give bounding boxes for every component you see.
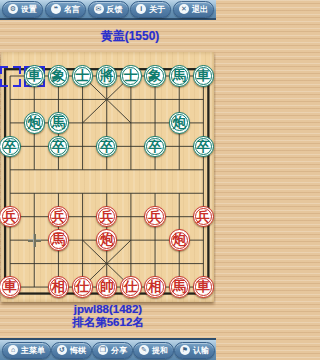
board-point-h0[interactable]: 馬 xyxy=(167,64,191,87)
piece-red-兵[interactable]: 兵 xyxy=(144,206,165,227)
board-point-g1[interactable] xyxy=(143,88,167,111)
button-label: 关于 xyxy=(149,4,165,15)
draw-pencil-icon: ✎ xyxy=(139,345,149,355)
topbar-button-4[interactable]: i关于 xyxy=(130,1,171,18)
own-name-rating: jpwl88(1482) xyxy=(72,303,144,316)
opponent-name-rating: 黄盖(1550) xyxy=(101,28,160,45)
piece-red-馬[interactable]: 馬 xyxy=(169,276,190,297)
board-point-i5[interactable] xyxy=(191,181,215,204)
board-point-a0[interactable] xyxy=(0,64,22,87)
board-point-b0[interactable]: 車 xyxy=(22,64,46,87)
board-point-h4[interactable] xyxy=(167,158,191,181)
board-point-b2[interactable]: 炮 xyxy=(22,111,46,134)
board-point-e9[interactable]: 帥 xyxy=(95,275,119,298)
board-point-b6[interactable] xyxy=(22,205,46,228)
board-point-e2[interactable] xyxy=(95,111,119,134)
button-label: 退出 xyxy=(192,4,208,15)
board-point-d2[interactable] xyxy=(70,111,94,134)
board-point-e4[interactable] xyxy=(95,158,119,181)
board-point-c3[interactable]: 卒 xyxy=(46,135,70,158)
board-point-h9[interactable]: 馬 xyxy=(167,275,191,298)
board-point-b1[interactable] xyxy=(22,88,46,111)
board-point-d0[interactable]: 士 xyxy=(70,64,94,87)
bottombar-button-2[interactable]: ↺悔棋 xyxy=(51,342,92,359)
own-rank: 排名第5612名 xyxy=(72,316,144,329)
piece-red-仕[interactable]: 仕 xyxy=(120,276,141,297)
board-point-f2[interactable] xyxy=(119,111,143,134)
piece-red-兵[interactable]: 兵 xyxy=(193,206,214,227)
board-point-a2[interactable] xyxy=(0,111,22,134)
piece-black-卒[interactable]: 卒 xyxy=(96,136,117,157)
board-point-h2[interactable]: 炮 xyxy=(167,111,191,134)
board-point-i8[interactable] xyxy=(191,252,215,275)
piece-red-車[interactable]: 車 xyxy=(0,276,21,297)
board-point-c5[interactable] xyxy=(46,181,70,204)
board-point-f5[interactable] xyxy=(119,181,143,204)
bottombar-button-5[interactable]: ⚑认输 xyxy=(174,342,215,359)
board-point-a7[interactable] xyxy=(0,228,22,251)
board-point-c2[interactable]: 馬 xyxy=(46,111,70,134)
button-label: 设置 xyxy=(21,4,37,15)
board-point-f8[interactable] xyxy=(119,252,143,275)
button-label: 悔棋 xyxy=(70,345,86,356)
piece-black-車[interactable]: 車 xyxy=(193,65,214,86)
piece-black-卒[interactable]: 卒 xyxy=(193,136,214,157)
board-point-i0[interactable]: 車 xyxy=(191,64,215,87)
board-point-f3[interactable] xyxy=(119,135,143,158)
board-point-a6[interactable]: 兵 xyxy=(0,205,22,228)
board-point-g8[interactable] xyxy=(143,252,167,275)
piece-black-卒[interactable]: 卒 xyxy=(0,136,21,157)
piece-black-車[interactable]: 車 xyxy=(24,65,45,86)
board-point-h7[interactable]: 炮 xyxy=(167,228,191,251)
board-point-a8[interactable] xyxy=(0,252,22,275)
piece-red-車[interactable]: 車 xyxy=(193,276,214,297)
board-point-g5[interactable] xyxy=(143,181,167,204)
piece-red-兵[interactable]: 兵 xyxy=(96,206,117,227)
board-point-f9[interactable]: 仕 xyxy=(119,275,143,298)
board-point-g7[interactable] xyxy=(143,228,167,251)
piece-black-將[interactable]: 將 xyxy=(96,65,117,86)
button-label: 反馈 xyxy=(107,4,123,15)
home-icon: ⌂ xyxy=(8,345,18,355)
board-point-c1[interactable] xyxy=(46,88,70,111)
board-point-c0[interactable]: 象 xyxy=(46,64,70,87)
piece-red-炮[interactable]: 炮 xyxy=(169,229,190,250)
piece-black-炮[interactable]: 炮 xyxy=(169,112,190,133)
button-label: 认输 xyxy=(193,345,209,356)
board-point-d5[interactable] xyxy=(70,181,94,204)
board-point-d7[interactable] xyxy=(70,228,94,251)
board-point-d9[interactable]: 仕 xyxy=(70,275,94,298)
piece-black-炮[interactable]: 炮 xyxy=(24,112,45,133)
board-point-f4[interactable] xyxy=(119,158,143,181)
board-point-c8[interactable] xyxy=(46,252,70,275)
board-point-d4[interactable] xyxy=(70,158,94,181)
board-point-a5[interactable] xyxy=(0,181,22,204)
board-point-i1[interactable] xyxy=(191,88,215,111)
board-point-g3[interactable]: 卒 xyxy=(143,135,167,158)
board-point-e6[interactable]: 兵 xyxy=(95,205,119,228)
board-point-i4[interactable] xyxy=(191,158,215,181)
piece-black-士[interactable]: 士 xyxy=(120,65,141,86)
board-point-g0[interactable]: 象 xyxy=(143,64,167,87)
board-point-a1[interactable] xyxy=(0,88,22,111)
board-point-d3[interactable] xyxy=(70,135,94,158)
board-point-g4[interactable] xyxy=(143,158,167,181)
topbar-button-2[interactable]: ❝名言 xyxy=(45,1,86,18)
board-point-f6[interactable] xyxy=(119,205,143,228)
piece-black-馬[interactable]: 馬 xyxy=(48,112,69,133)
board-point-i6[interactable]: 兵 xyxy=(191,205,215,228)
board-point-f0[interactable]: 士 xyxy=(119,64,143,87)
topbar-button-3[interactable]: ✉反馈 xyxy=(88,1,129,18)
board-point-c4[interactable] xyxy=(46,158,70,181)
board-point-a9[interactable]: 車 xyxy=(0,275,22,298)
piece-black-象[interactable]: 象 xyxy=(48,65,69,86)
info-icon: i xyxy=(136,4,146,14)
button-label: 主菜单 xyxy=(21,345,45,356)
board-point-d8[interactable] xyxy=(70,252,94,275)
resign-flag-icon: ⚑ xyxy=(180,345,190,355)
board-point-g9[interactable]: 相 xyxy=(143,275,167,298)
button-label: 名言 xyxy=(64,4,80,15)
board-point-g6[interactable]: 兵 xyxy=(143,205,167,228)
topbar-button-5[interactable]: ✕退出 xyxy=(173,1,214,18)
topbar-button-1[interactable]: ⚙设置 xyxy=(2,1,43,18)
board-point-e7[interactable]: 炮 xyxy=(95,228,119,251)
bottombar-button-1[interactable]: ⌂主菜单 xyxy=(2,342,51,359)
piece-red-炮[interactable]: 炮 xyxy=(96,229,117,250)
piece-red-相[interactable]: 相 xyxy=(144,276,165,297)
board-point-h6[interactable] xyxy=(167,205,191,228)
board-point-i7[interactable] xyxy=(191,228,215,251)
piece-red-帥[interactable]: 帥 xyxy=(96,276,117,297)
board-point-e8[interactable] xyxy=(95,252,119,275)
board-point-b7[interactable] xyxy=(22,228,46,251)
gear-icon: ⚙ xyxy=(8,4,18,14)
board-point-b5[interactable] xyxy=(22,181,46,204)
board-point-a3[interactable]: 卒 xyxy=(0,135,22,158)
board-point-h5[interactable] xyxy=(167,181,191,204)
bottom-button-bar: ⌂主菜单↺悔棋❐分享✎提和⚑认输 xyxy=(0,338,216,360)
bottombar-button-4[interactable]: ✎提和 xyxy=(133,342,174,359)
share-icon: ❐ xyxy=(98,345,108,355)
board-point-c9[interactable]: 相 xyxy=(46,275,70,298)
board-point-b9[interactable] xyxy=(22,275,46,298)
piece-red-馬[interactable]: 馬 xyxy=(48,229,69,250)
board-point-d6[interactable] xyxy=(70,205,94,228)
piece-black-卒[interactable]: 卒 xyxy=(48,136,69,157)
undo-icon: ↺ xyxy=(57,345,67,355)
piece-red-仕[interactable]: 仕 xyxy=(72,276,93,297)
board-point-a4[interactable] xyxy=(0,158,22,181)
board-point-e5[interactable] xyxy=(95,181,119,204)
piece-black-象[interactable]: 象 xyxy=(144,65,165,86)
board-point-i2[interactable] xyxy=(191,111,215,134)
board-point-b4[interactable] xyxy=(22,158,46,181)
board-point-d1[interactable] xyxy=(70,88,94,111)
mail-icon: ✉ xyxy=(94,4,104,14)
piece-black-馬[interactable]: 馬 xyxy=(169,65,190,86)
board-point-i3[interactable]: 卒 xyxy=(191,135,215,158)
board-point-c7[interactable]: 馬 xyxy=(46,228,70,251)
piece-black-卒[interactable]: 卒 xyxy=(144,136,165,157)
board-point-i9[interactable]: 車 xyxy=(191,275,215,298)
board-point-c6[interactable]: 兵 xyxy=(46,205,70,228)
board-point-f7[interactable] xyxy=(119,228,143,251)
board-point-e0[interactable]: 將 xyxy=(95,64,119,87)
board-point-f1[interactable] xyxy=(119,88,143,111)
piece-black-士[interactable]: 士 xyxy=(72,65,93,86)
button-label: 分享 xyxy=(111,345,127,356)
piece-red-兵[interactable]: 兵 xyxy=(0,206,21,227)
board-point-h8[interactable] xyxy=(167,252,191,275)
board-point-g2[interactable] xyxy=(143,111,167,134)
board-points-grid: 車象士將士象馬車炮馬炮卒卒卒卒卒兵兵兵兵兵馬炮炮車相仕帥仕相馬車 xyxy=(0,64,215,298)
bottombar-button-3[interactable]: ❐分享 xyxy=(92,342,133,359)
exit-icon: ✕ xyxy=(179,4,189,14)
button-label: 提和 xyxy=(152,345,168,356)
board-point-e1[interactable] xyxy=(95,88,119,111)
piece-red-相[interactable]: 相 xyxy=(48,276,69,297)
board-point-e3[interactable]: 卒 xyxy=(95,135,119,158)
board-point-h1[interactable] xyxy=(167,88,191,111)
board-point-b8[interactable] xyxy=(22,252,46,275)
top-button-bar: ⚙设置❝名言✉反馈i关于✕退出 xyxy=(0,0,216,20)
piece-red-兵[interactable]: 兵 xyxy=(48,206,69,227)
own-name-rating-rank: jpwl88(1482) 排名第5612名 xyxy=(72,303,144,329)
board-point-h3[interactable] xyxy=(167,135,191,158)
quote-icon: ❝ xyxy=(51,4,61,14)
board-point-b3[interactable] xyxy=(22,135,46,158)
